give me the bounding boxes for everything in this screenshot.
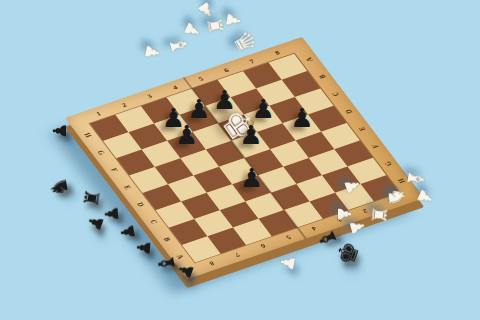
white-rook-captured: ♜ [199, 10, 231, 42]
gold-finial [248, 120, 254, 126]
black-knight-captured: ♞ [43, 170, 78, 205]
white-pawn-captured: ♟ [188, 0, 224, 28]
chess-board: 12345678 ABCDEFGH 87654321 HGFEDCBA [65, 37, 424, 279]
white-pawn-captured: ♟ [137, 37, 167, 67]
white-bishop-captured: ♝ [160, 28, 197, 65]
chessboard-photo-scene: 12345678 ABCDEFGH 87654321 HGFEDCBA ♟♟♟♟… [0, 0, 480, 320]
black-pawn-captured: ♟ [79, 206, 112, 239]
white-pawn-captured: ♟ [218, 5, 248, 35]
white-pawn-captured: ♟ [175, 13, 210, 48]
